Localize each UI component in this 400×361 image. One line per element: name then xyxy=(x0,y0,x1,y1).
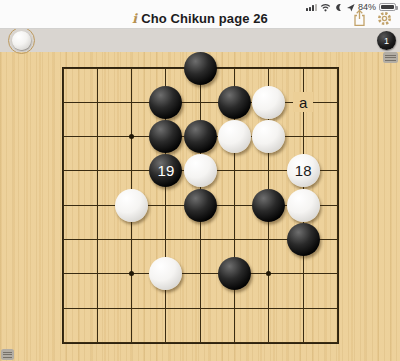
stone-black-7-5 xyxy=(252,189,285,222)
info-icon[interactable]: i xyxy=(132,11,137,26)
grid-line xyxy=(63,308,338,309)
star-point xyxy=(129,134,134,139)
stone-white-7-3 xyxy=(252,120,285,153)
star-point xyxy=(129,271,134,276)
stone-white-8-5 xyxy=(287,189,320,222)
move-count-badge[interactable]: 1 xyxy=(377,31,396,50)
stone-black-5-5 xyxy=(184,189,217,222)
stone-black-5-1 xyxy=(184,52,217,85)
next-page-button[interactable] xyxy=(383,52,398,63)
grid-line xyxy=(337,68,338,343)
previous-page-button[interactable] xyxy=(1,349,14,360)
navigation-bar: 84% iCho Chikun page 26 xyxy=(0,0,400,29)
stone-white-7-2 xyxy=(252,86,285,119)
goban-background: 1918a xyxy=(0,52,400,361)
stone-black-6-7 xyxy=(218,257,251,290)
white-stone-toggle[interactable] xyxy=(8,27,35,54)
board-toolbar: 1 xyxy=(0,28,400,52)
app-screen: 84% iCho Chikun page 26 1 1918a xyxy=(0,0,400,361)
go-board[interactable]: 1918a xyxy=(63,68,338,343)
stone-white-8-4: 18 xyxy=(287,154,320,187)
point-label-a[interactable]: a xyxy=(293,92,313,112)
stone-black-4-3 xyxy=(149,120,182,153)
stone-black-8-6 xyxy=(287,223,320,256)
stone-black-4-2 xyxy=(149,86,182,119)
white-stone-icon xyxy=(12,31,31,50)
page-title[interactable]: iCho Chikun page 26 xyxy=(0,11,400,26)
stone-black-6-2 xyxy=(218,86,251,119)
share-button[interactable] xyxy=(352,9,367,27)
stone-white-3-5 xyxy=(115,189,148,222)
stone-white-4-7 xyxy=(149,257,182,290)
cell-signal-icon xyxy=(306,3,317,11)
move-count-label: 1 xyxy=(384,36,389,46)
stone-black-4-4: 19 xyxy=(149,154,182,187)
stone-white-5-4 xyxy=(184,154,217,187)
grid-line xyxy=(63,342,338,343)
settings-gear-button[interactable] xyxy=(376,10,393,27)
stone-black-5-3 xyxy=(184,120,217,153)
page-title-text: Cho Chikun page 26 xyxy=(141,11,268,26)
grid-line xyxy=(63,273,338,274)
stone-white-6-3 xyxy=(218,120,251,153)
star-point xyxy=(266,271,271,276)
